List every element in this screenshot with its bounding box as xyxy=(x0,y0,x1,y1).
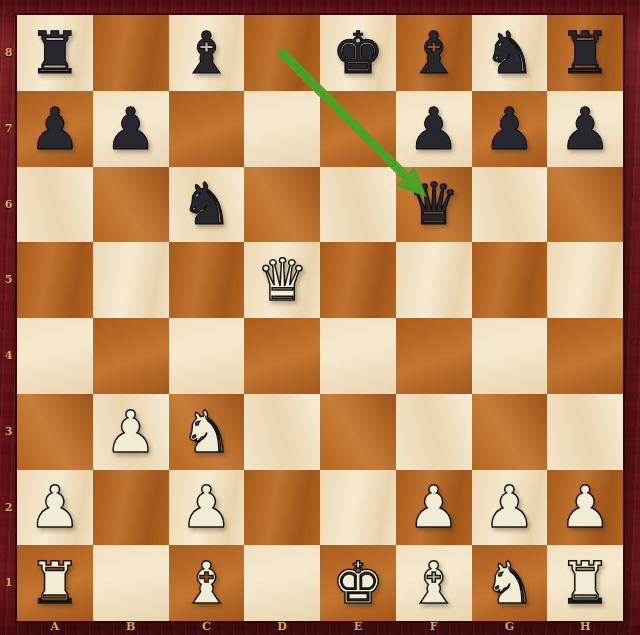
square-c5[interactable] xyxy=(169,242,245,318)
square-f2[interactable]: ♟ xyxy=(396,470,472,546)
file-label-h: H xyxy=(547,620,623,635)
square-h8[interactable]: ♜ xyxy=(547,15,623,91)
square-c3[interactable]: ♞ xyxy=(169,394,245,470)
square-c6[interactable]: ♞ xyxy=(169,167,245,243)
square-c2[interactable]: ♟ xyxy=(169,470,245,546)
square-b2[interactable] xyxy=(93,470,169,546)
black-rook[interactable]: ♜ xyxy=(559,24,611,82)
square-f5[interactable] xyxy=(396,242,472,318)
black-queen[interactable]: ♛ xyxy=(408,175,460,233)
square-g6[interactable] xyxy=(472,167,548,243)
black-knight[interactable]: ♞ xyxy=(180,175,232,233)
white-pawn[interactable]: ♟ xyxy=(559,478,611,536)
rank-label-7: 7 xyxy=(0,91,17,167)
square-e2[interactable] xyxy=(320,470,396,546)
square-e5[interactable] xyxy=(320,242,396,318)
square-a1[interactable]: ♜ xyxy=(17,545,93,621)
white-pawn[interactable]: ♟ xyxy=(29,478,81,536)
black-bishop[interactable]: ♝ xyxy=(180,24,232,82)
file-label-g: G xyxy=(472,620,548,635)
square-g1[interactable]: ♞ xyxy=(472,545,548,621)
square-g4[interactable] xyxy=(472,318,548,394)
black-bishop[interactable]: ♝ xyxy=(408,24,460,82)
square-f4[interactable] xyxy=(396,318,472,394)
square-g8[interactable]: ♞ xyxy=(472,15,548,91)
square-e3[interactable] xyxy=(320,394,396,470)
square-d4[interactable] xyxy=(244,318,320,394)
square-d8[interactable] xyxy=(244,15,320,91)
square-h6[interactable] xyxy=(547,167,623,243)
square-b5[interactable] xyxy=(93,242,169,318)
square-e4[interactable] xyxy=(320,318,396,394)
square-b1[interactable] xyxy=(93,545,169,621)
file-label-d: D xyxy=(244,620,320,635)
square-b7[interactable]: ♟ xyxy=(93,91,169,167)
square-g3[interactable] xyxy=(472,394,548,470)
square-d5[interactable]: ♛ xyxy=(244,242,320,318)
square-e1[interactable]: ♚ xyxy=(320,545,396,621)
black-pawn[interactable]: ♟ xyxy=(29,100,81,158)
square-c1[interactable]: ♝ xyxy=(169,545,245,621)
square-h2[interactable]: ♟ xyxy=(547,470,623,546)
square-c4[interactable] xyxy=(169,318,245,394)
square-f6[interactable]: ♛ xyxy=(396,167,472,243)
rank-label-3: 3 xyxy=(0,394,17,470)
chess-app: ♜♝♚♝♞♜♟♟♟♟♟♞♛♛♟♞♟♟♟♟♟♜♝♚♝♞♜ 87654321 ABC… xyxy=(0,0,640,635)
white-rook[interactable]: ♜ xyxy=(559,554,611,612)
black-king[interactable]: ♚ xyxy=(332,24,384,82)
square-a6[interactable] xyxy=(17,167,93,243)
square-h3[interactable] xyxy=(547,394,623,470)
white-bishop[interactable]: ♝ xyxy=(180,554,232,612)
rank-label-4: 4 xyxy=(0,318,17,394)
square-a7[interactable]: ♟ xyxy=(17,91,93,167)
square-b8[interactable] xyxy=(93,15,169,91)
square-b4[interactable] xyxy=(93,318,169,394)
square-f1[interactable]: ♝ xyxy=(396,545,472,621)
rank-label-8: 8 xyxy=(0,15,17,91)
square-b3[interactable]: ♟ xyxy=(93,394,169,470)
file-label-c: C xyxy=(169,620,245,635)
square-b6[interactable] xyxy=(93,167,169,243)
square-d1[interactable] xyxy=(244,545,320,621)
file-label-b: B xyxy=(93,620,169,635)
square-g5[interactable] xyxy=(472,242,548,318)
square-g2[interactable]: ♟ xyxy=(472,470,548,546)
white-pawn[interactable]: ♟ xyxy=(408,478,460,536)
white-pawn[interactable]: ♟ xyxy=(105,403,157,461)
white-king[interactable]: ♚ xyxy=(332,554,384,612)
black-pawn[interactable]: ♟ xyxy=(105,100,157,158)
square-e7[interactable] xyxy=(320,91,396,167)
square-a3[interactable] xyxy=(17,394,93,470)
black-knight[interactable]: ♞ xyxy=(483,24,535,82)
white-rook[interactable]: ♜ xyxy=(29,554,81,612)
file-label-a: A xyxy=(17,620,93,635)
square-h7[interactable]: ♟ xyxy=(547,91,623,167)
square-d3[interactable] xyxy=(244,394,320,470)
square-d6[interactable] xyxy=(244,167,320,243)
white-bishop[interactable]: ♝ xyxy=(408,554,460,612)
square-c8[interactable]: ♝ xyxy=(169,15,245,91)
white-pawn[interactable]: ♟ xyxy=(180,478,232,536)
black-pawn[interactable]: ♟ xyxy=(483,100,535,158)
square-f8[interactable]: ♝ xyxy=(396,15,472,91)
chess-board: ♜♝♚♝♞♜♟♟♟♟♟♞♛♛♟♞♟♟♟♟♟♜♝♚♝♞♜ xyxy=(17,15,623,621)
square-h1[interactable]: ♜ xyxy=(547,545,623,621)
square-d7[interactable] xyxy=(244,91,320,167)
square-h4[interactable] xyxy=(547,318,623,394)
square-g7[interactable]: ♟ xyxy=(472,91,548,167)
black-pawn[interactable]: ♟ xyxy=(559,100,611,158)
square-d2[interactable] xyxy=(244,470,320,546)
rank-label-1: 1 xyxy=(0,545,17,621)
square-e6[interactable] xyxy=(320,167,396,243)
square-a4[interactable] xyxy=(17,318,93,394)
rank-label-6: 6 xyxy=(0,167,17,243)
square-f7[interactable]: ♟ xyxy=(396,91,472,167)
white-knight[interactable]: ♞ xyxy=(180,403,232,461)
black-pawn[interactable]: ♟ xyxy=(408,100,460,158)
rank-label-2: 2 xyxy=(0,470,17,546)
square-h5[interactable] xyxy=(547,242,623,318)
white-knight[interactable]: ♞ xyxy=(483,554,535,612)
rank-label-5: 5 xyxy=(0,242,17,318)
white-pawn[interactable]: ♟ xyxy=(483,478,535,536)
file-label-e: E xyxy=(320,620,396,635)
square-a8[interactable]: ♜ xyxy=(17,15,93,91)
square-e8[interactable]: ♚ xyxy=(320,15,396,91)
black-rook[interactable]: ♜ xyxy=(29,24,81,82)
square-a2[interactable]: ♟ xyxy=(17,470,93,546)
square-a5[interactable] xyxy=(17,242,93,318)
square-f3[interactable] xyxy=(396,394,472,470)
square-c7[interactable] xyxy=(169,91,245,167)
white-queen[interactable]: ♛ xyxy=(256,251,308,309)
file-label-f: F xyxy=(396,620,472,635)
